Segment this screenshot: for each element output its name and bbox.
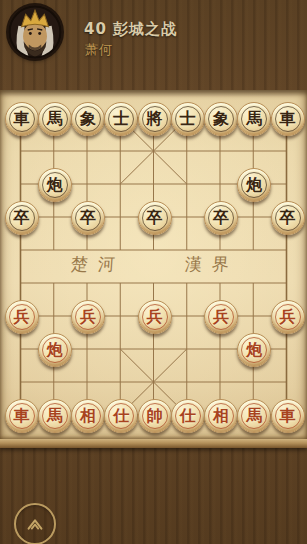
piece-character: 卒 [275,205,301,231]
piece-character: 仕 [175,403,201,429]
piece-character: 車 [275,106,301,132]
piece-black-cannon[interactable]: 炮 [237,168,271,202]
piece-red-cannon[interactable]: 炮 [38,333,72,367]
piece-character: 兵 [275,304,301,330]
board-front-edge [0,439,307,448]
piece-black-chariot[interactable]: 車 [5,102,39,136]
piece-black-elephant[interactable]: 象 [204,102,238,136]
piece-black-advisor[interactable]: 士 [104,102,138,136]
piece-character: 炮 [42,172,68,198]
piece-character: 車 [9,106,35,132]
piece-black-soldier[interactable]: 卒 [138,201,172,235]
piece-character: 馬 [42,106,68,132]
piece-character: 卒 [9,205,35,231]
piece-red-general[interactable]: 帥 [138,399,172,433]
board-grid [0,90,307,439]
piece-character: 卒 [208,205,234,231]
piece-character: 車 [9,403,35,429]
piece-red-chariot[interactable]: 車 [5,399,39,433]
piece-character: 士 [175,106,201,132]
piece-character: 炮 [241,172,267,198]
piece-character: 兵 [208,304,234,330]
piece-character: 卒 [75,205,101,231]
piece-character: 象 [208,106,234,132]
piece-red-advisor[interactable]: 仕 [171,399,205,433]
piece-red-chariot[interactable]: 車 [271,399,305,433]
piece-black-horse[interactable]: 馬 [237,102,271,136]
piece-character: 士 [108,106,134,132]
piece-character: 相 [75,403,101,429]
piece-red-soldier[interactable]: 兵 [71,300,105,334]
piece-black-horse[interactable]: 馬 [38,102,72,136]
chevrons-up-icon [24,513,46,535]
piece-red-elephant[interactable]: 相 [204,399,238,433]
piece-black-soldier[interactable]: 卒 [271,201,305,235]
piece-character: 象 [75,106,101,132]
piece-red-cannon[interactable]: 炮 [237,333,271,367]
piece-red-soldier[interactable]: 兵 [5,300,39,334]
level-title: 40 彭城之战 [84,20,177,39]
piece-character: 馬 [241,106,267,132]
piece-character: 炮 [42,337,68,363]
piece-black-soldier[interactable]: 卒 [204,201,238,235]
piece-red-elephant[interactable]: 相 [71,399,105,433]
piece-red-soldier[interactable]: 兵 [204,300,238,334]
piece-red-horse[interactable]: 馬 [38,399,72,433]
piece-black-soldier[interactable]: 卒 [71,201,105,235]
piece-red-soldier[interactable]: 兵 [271,300,305,334]
piece-red-horse[interactable]: 馬 [237,399,271,433]
player-avatar[interactable] [8,5,62,59]
piece-character: 馬 [241,403,267,429]
piece-character: 炮 [241,337,267,363]
piece-character: 馬 [42,403,68,429]
piece-black-advisor[interactable]: 士 [171,102,205,136]
piece-black-cannon[interactable]: 炮 [38,168,72,202]
header: 40 彭城之战 萧何 [0,0,307,64]
piece-red-advisor[interactable]: 仕 [104,399,138,433]
piece-character: 仕 [108,403,134,429]
piece-character: 車 [275,403,301,429]
level-subtitle: 萧何 [85,41,113,59]
piece-character: 兵 [142,304,168,330]
xiangqi-board[interactable]: 楚河 漢界 車馬象士將士象馬車炮炮卒卒卒卒卒兵兵兵兵兵炮炮車馬相仕帥仕相馬車 [0,90,307,439]
piece-black-general[interactable]: 將 [138,102,172,136]
general-portrait-icon [8,5,62,59]
piece-character: 兵 [9,304,35,330]
piece-character: 相 [208,403,234,429]
piece-black-chariot[interactable]: 車 [271,102,305,136]
piece-black-elephant[interactable]: 象 [71,102,105,136]
piece-black-soldier[interactable]: 卒 [5,201,39,235]
piece-character: 兵 [75,304,101,330]
expand-button[interactable] [14,503,56,544]
piece-character: 帥 [142,403,168,429]
piece-character: 卒 [142,205,168,231]
piece-red-soldier[interactable]: 兵 [138,300,172,334]
piece-character: 將 [142,106,168,132]
